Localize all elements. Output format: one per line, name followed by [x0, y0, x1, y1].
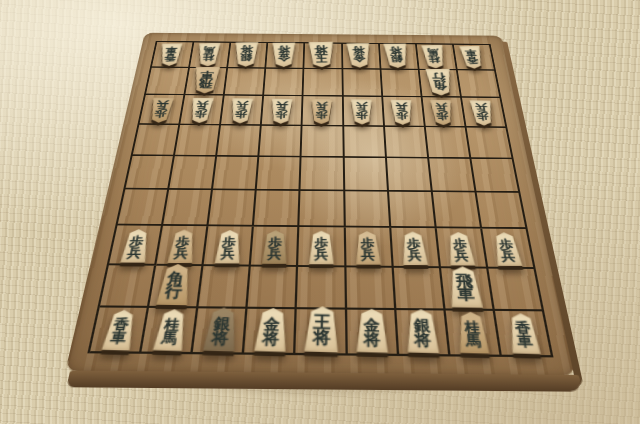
piece-black-pawn-9g[interactable]: 歩兵	[119, 229, 151, 262]
piece-kanji: 桂馬	[152, 309, 189, 351]
piece-kanji-bottom: 兵	[275, 101, 288, 109]
piece-kanji: 銀将	[383, 44, 411, 69]
piece-white-silver-3a[interactable]: 銀将	[383, 44, 411, 69]
piece-kanji: 歩兵	[214, 230, 243, 263]
piece-kanji: 玉将	[308, 42, 335, 68]
square-1b[interactable]	[458, 70, 502, 98]
square-1c[interactable]: 歩兵	[462, 98, 507, 128]
piece-face: 桂馬	[456, 311, 491, 353]
piece-white-king-5a[interactable]: 玉将	[308, 42, 335, 68]
piece-kanji-bottom: 兵	[126, 247, 142, 258]
square-1g[interactable]: 歩兵	[482, 229, 535, 269]
piece-kanji-bottom: 将	[262, 331, 280, 346]
square-8c[interactable]: 歩兵	[180, 96, 225, 126]
piece-kanji-bottom: 兵	[267, 248, 282, 259]
square-4h[interactable]	[346, 267, 396, 310]
piece-kanji: 香車	[459, 46, 486, 69]
square-1d[interactable]	[466, 127, 513, 159]
piece-white-pawn-2c[interactable]: 歩兵	[430, 100, 455, 125]
board-grid: 香車桂馬銀将金将玉将金将銀将桂馬香車飛車角行歩兵歩兵歩兵歩兵歩兵歩兵歩兵歩兵歩兵…	[87, 41, 553, 357]
square-7f[interactable]	[209, 190, 257, 227]
piece-kanji-bottom: 兵	[314, 248, 328, 259]
piece-white-pawn-3c[interactable]: 歩兵	[390, 99, 414, 124]
piece-face: 香車	[506, 313, 541, 354]
square-6d[interactable]	[260, 125, 303, 157]
piece-kanji-bottom: 将	[389, 47, 402, 55]
square-3i[interactable]: 銀将	[396, 310, 450, 357]
square-9g[interactable]: 歩兵	[109, 226, 163, 266]
piece-face: 歩兵	[350, 99, 373, 124]
square-4b[interactable]	[343, 69, 383, 97]
square-2f[interactable]	[433, 192, 483, 229]
square-1h[interactable]	[488, 268, 544, 311]
piece-kanji-bottom: 将	[211, 331, 229, 346]
piece-kanji-top: 金	[277, 54, 289, 62]
square-1e[interactable]	[471, 159, 520, 193]
piece-white-pawn-4c[interactable]: 歩兵	[350, 99, 373, 124]
piece-kanji-bottom: 兵	[435, 103, 448, 111]
piece-black-king-5i[interactable]: 王将	[303, 306, 340, 353]
piece-black-pawn-8g[interactable]: 歩兵	[166, 229, 196, 262]
square-9c[interactable]: 歩兵	[139, 95, 185, 125]
square-7d[interactable]	[217, 125, 262, 157]
piece-face: 歩兵	[310, 99, 333, 124]
piece-black-rook-2h[interactable]: 飛車	[446, 266, 483, 308]
square-7c[interactable]: 歩兵	[221, 96, 264, 126]
square-3d[interactable]	[385, 127, 429, 159]
piece-kanji: 王将	[303, 306, 340, 353]
piece-black-pawn-7g[interactable]: 歩兵	[214, 230, 243, 263]
square-6i[interactable]: 金将	[244, 309, 297, 356]
piece-black-silver-3i[interactable]: 銀将	[405, 309, 440, 354]
piece-kanji: 香車	[101, 309, 139, 350]
piece-face: 歩兵	[354, 231, 382, 265]
piece-kanji-bottom: 兵	[220, 247, 235, 258]
piece-black-knight-8i[interactable]: 桂馬	[152, 309, 189, 351]
piece-kanji-bottom: 将	[364, 332, 381, 347]
piece-black-gold-6i[interactable]: 金将	[253, 307, 289, 352]
piece-kanji: 歩兵	[400, 231, 429, 265]
square-8g[interactable]: 歩兵	[156, 226, 208, 266]
piece-face: 歩兵	[261, 230, 288, 263]
square-8b[interactable]: 飛車	[185, 68, 228, 96]
square-2e[interactable]	[429, 158, 477, 192]
piece-kanji: 歩兵	[261, 230, 288, 263]
piece-face: 金将	[356, 308, 389, 353]
square-7i[interactable]: 銀将	[193, 308, 248, 355]
tatami-floor: 香車桂馬銀将金将玉将金将銀将桂馬香車飛車角行歩兵歩兵歩兵歩兵歩兵歩兵歩兵歩兵歩兵…	[0, 0, 640, 424]
piece-face: 飛車	[446, 266, 483, 308]
square-2i[interactable]: 桂馬	[445, 310, 502, 357]
piece-kanji-bottom: 将	[314, 45, 327, 53]
piece-kanji-bottom: 兵	[407, 249, 422, 260]
piece-kanji-top: 金	[353, 54, 366, 62]
piece-kanji: 歩兵	[491, 232, 523, 266]
piece-face: 銀将	[405, 309, 440, 354]
piece-kanji-bottom: 将	[240, 46, 253, 54]
piece-kanji: 飛車	[446, 266, 483, 308]
square-9b[interactable]	[146, 68, 190, 96]
piece-kanji-bottom: 車	[516, 335, 533, 349]
square-3h[interactable]	[393, 267, 445, 310]
square-9d[interactable]	[133, 124, 181, 156]
piece-kanji: 金将	[356, 308, 389, 353]
piece-kanji-bottom: 兵	[173, 247, 189, 258]
square-2a[interactable]: 桂馬	[417, 44, 458, 70]
piece-face: 歩兵	[430, 100, 455, 125]
square-3b[interactable]	[381, 70, 422, 98]
square-7g[interactable]: 歩兵	[204, 227, 254, 267]
piece-face: 角行	[155, 263, 194, 305]
piece-face: 歩兵	[308, 230, 334, 263]
piece-face: 歩兵	[400, 231, 429, 265]
square-5i[interactable]: 王将	[296, 309, 348, 356]
piece-white-pawn-5c[interactable]: 歩兵	[310, 99, 333, 124]
square-3e[interactable]	[387, 158, 433, 192]
square-7a[interactable]: 銀将	[228, 43, 268, 69]
piece-kanji: 歩兵	[446, 232, 477, 266]
piece-black-pawn-6g[interactable]: 歩兵	[261, 230, 288, 263]
piece-kanji-bottom: 車	[456, 288, 475, 302]
piece-kanji-bottom: 兵	[454, 249, 470, 260]
square-4e[interactable]	[344, 158, 388, 192]
square-4g[interactable]: 歩兵	[345, 228, 393, 268]
piece-kanji-bottom: 兵	[356, 102, 368, 110]
piece-face: 歩兵	[166, 229, 196, 262]
piece-face: 玉将	[308, 42, 335, 68]
piece-kanji: 香車	[506, 313, 541, 354]
square-5c[interactable]: 歩兵	[303, 97, 344, 127]
square-8d[interactable]	[175, 125, 221, 157]
piece-face: 銀将	[202, 307, 240, 352]
piece-white-pawn-1c[interactable]: 歩兵	[469, 100, 495, 125]
piece-kanji-bottom: 馬	[427, 48, 440, 55]
square-9i[interactable]: 香車	[90, 307, 149, 354]
square-3f[interactable]	[389, 192, 437, 229]
square-5g[interactable]: 歩兵	[299, 227, 346, 267]
piece-white-silver-7a[interactable]: 銀将	[233, 42, 259, 67]
piece-kanji: 歩兵	[310, 99, 333, 124]
piece-kanji: 歩兵	[119, 229, 151, 262]
square-8e[interactable]	[169, 156, 217, 190]
piece-kanji: 歩兵	[166, 229, 196, 262]
piece-white-pawn-8c[interactable]: 歩兵	[188, 98, 214, 123]
piece-kanji: 角行	[424, 69, 454, 96]
square-9f[interactable]	[117, 189, 169, 226]
piece-kanji-bottom: 将	[414, 332, 431, 347]
square-6c[interactable]: 歩兵	[262, 96, 304, 126]
square-4c[interactable]: 歩兵	[343, 97, 384, 127]
piece-black-gold-4i[interactable]: 金将	[356, 308, 389, 353]
piece-kanji: 歩兵	[354, 231, 382, 265]
square-5f[interactable]	[300, 191, 346, 228]
piece-white-lance-9a[interactable]: 香車	[158, 43, 183, 66]
piece-kanji-bottom: 馬	[160, 331, 178, 345]
shogi-board: 香車桂馬銀将金将玉将金将銀将桂馬香車飛車角行歩兵歩兵歩兵歩兵歩兵歩兵歩兵歩兵歩兵…	[65, 33, 575, 376]
piece-kanji-bottom: 兵	[501, 250, 517, 261]
piece-white-rook-8b[interactable]: 飛車	[191, 67, 221, 94]
piece-kanji-bottom: 兵	[155, 100, 169, 108]
piece-white-pawn-9c[interactable]: 歩兵	[147, 97, 175, 122]
square-3c[interactable]: 歩兵	[383, 97, 426, 127]
piece-kanji-bottom: 将	[278, 46, 290, 54]
square-2g[interactable]: 歩兵	[437, 228, 489, 268]
piece-black-pawn-5g[interactable]: 歩兵	[308, 230, 334, 263]
piece-white-pawn-6c[interactable]: 歩兵	[269, 98, 293, 123]
square-6g[interactable]: 歩兵	[251, 227, 300, 267]
square-3a[interactable]: 銀将	[380, 44, 420, 70]
piece-kanji: 金将	[253, 307, 289, 352]
piece-kanji: 桂馬	[456, 311, 491, 353]
square-6a[interactable]: 金将	[266, 43, 305, 69]
piece-kanji-bottom: 馬	[466, 334, 483, 348]
piece-face: 金将	[271, 43, 296, 68]
square-4a[interactable]: 金将	[343, 44, 382, 70]
piece-white-knight-8a[interactable]: 桂馬	[196, 43, 221, 66]
square-5e[interactable]	[301, 157, 345, 191]
square-9e[interactable]	[125, 156, 175, 190]
square-9h[interactable]	[100, 265, 157, 308]
piece-kanji-bottom: 兵	[395, 103, 408, 111]
piece-face: 角行	[424, 69, 454, 96]
square-7b[interactable]	[225, 68, 267, 96]
piece-kanji: 銀将	[405, 309, 440, 354]
piece-kanji-bottom: 行	[431, 72, 446, 81]
square-8h[interactable]: 角行	[149, 265, 204, 308]
piece-kanji-bottom: 車	[109, 331, 127, 345]
piece-face: 歩兵	[214, 230, 243, 263]
piece-kanji: 歩兵	[350, 99, 373, 124]
piece-black-lance-1i[interactable]: 香車	[506, 313, 541, 354]
piece-face: 香車	[101, 309, 139, 350]
piece-kanji: 歩兵	[430, 100, 455, 125]
square-6f[interactable]	[254, 191, 301, 228]
square-6b[interactable]	[264, 69, 304, 97]
piece-kanji-top: 銀	[240, 53, 253, 61]
square-5b[interactable]	[304, 69, 344, 97]
square-1a[interactable]: 香車	[454, 45, 496, 71]
piece-face: 銀将	[383, 44, 411, 69]
piece-face: 桂馬	[152, 309, 189, 351]
square-5h[interactable]	[297, 267, 346, 310]
square-2b[interactable]: 角行	[419, 70, 461, 98]
piece-kanji-top: 銀	[390, 55, 403, 63]
piece-kanji-bottom: 兵	[195, 101, 208, 109]
square-4d[interactable]	[344, 126, 387, 158]
piece-kanji-top: 桂	[202, 54, 214, 61]
piece-face: 王将	[303, 306, 340, 353]
square-9a[interactable]: 香車	[152, 42, 195, 68]
square-6h[interactable]	[248, 266, 299, 309]
square-7h[interactable]	[199, 266, 252, 309]
piece-kanji: 歩兵	[308, 230, 334, 263]
square-5d[interactable]	[302, 126, 344, 158]
piece-kanji-bottom: 兵	[316, 102, 328, 110]
piece-white-lance-1a[interactable]: 香車	[459, 46, 486, 69]
piece-black-silver-7i[interactable]: 銀将	[202, 307, 240, 352]
piece-kanji-bottom: 将	[352, 47, 365, 55]
square-2d[interactable]	[426, 127, 472, 159]
square-1f[interactable]	[477, 193, 528, 230]
piece-kanji-bottom: 行	[164, 286, 183, 300]
piece-black-pawn-4g[interactable]: 歩兵	[354, 231, 382, 265]
piece-black-pawn-1g[interactable]: 歩兵	[491, 232, 523, 266]
piece-kanji-top: 桂	[428, 56, 441, 64]
square-4i[interactable]: 金将	[347, 309, 399, 356]
piece-kanji-bottom: 兵	[475, 103, 488, 111]
piece-white-gold-6a[interactable]: 金将	[271, 43, 296, 68]
square-8f[interactable]	[163, 190, 213, 227]
piece-kanji-bottom: 車	[464, 49, 477, 56]
piece-face: 歩兵	[446, 232, 477, 266]
piece-kanji-bottom: 馬	[203, 46, 215, 53]
piece-white-gold-4a[interactable]: 金将	[346, 43, 372, 68]
piece-face: 金将	[253, 307, 289, 352]
square-1i[interactable]: 香車	[495, 311, 554, 358]
piece-kanji-bottom: 兵	[361, 249, 376, 260]
piece-black-bishop-8h[interactable]: 角行	[155, 263, 194, 305]
piece-kanji-bottom: 車	[200, 70, 215, 79]
piece-black-lance-9i[interactable]: 香車	[101, 309, 139, 350]
piece-kanji: 銀将	[202, 307, 240, 352]
square-6e[interactable]	[257, 157, 302, 191]
piece-face: 香車	[459, 46, 486, 69]
piece-kanji-bottom: 将	[312, 330, 330, 346]
piece-black-pawn-2g[interactable]: 歩兵	[446, 232, 477, 266]
square-4f[interactable]	[345, 191, 391, 228]
piece-face: 歩兵	[119, 229, 151, 262]
piece-face: 歩兵	[491, 232, 523, 266]
square-7e[interactable]	[213, 157, 260, 191]
piece-white-knight-2a[interactable]: 桂馬	[421, 45, 448, 68]
square-2h[interactable]: 飛車	[441, 268, 495, 311]
piece-white-bishop-2b[interactable]: 角行	[424, 69, 454, 96]
piece-black-pawn-3g[interactable]: 歩兵	[400, 231, 429, 265]
piece-white-pawn-7c[interactable]: 歩兵	[228, 98, 253, 123]
piece-kanji-bottom: 兵	[235, 101, 248, 109]
piece-kanji-bottom: 車	[165, 46, 177, 53]
piece-kanji: 角行	[155, 263, 194, 305]
square-5a[interactable]: 玉将	[305, 43, 343, 69]
square-8i[interactable]: 桂馬	[141, 308, 198, 355]
square-2c[interactable]: 歩兵	[422, 98, 466, 128]
square-3g[interactable]: 歩兵	[391, 228, 441, 268]
square-8a[interactable]: 桂馬	[190, 42, 231, 68]
piece-black-knight-2i[interactable]: 桂馬	[456, 311, 491, 353]
piece-kanji: 金将	[271, 43, 296, 68]
